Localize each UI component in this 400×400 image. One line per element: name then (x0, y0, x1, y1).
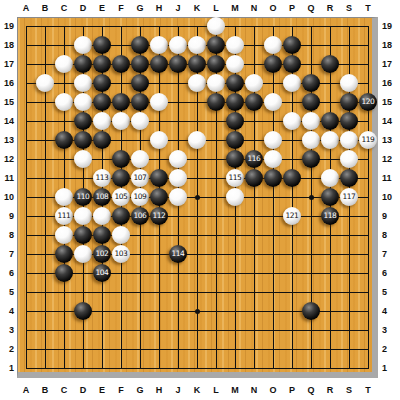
white-stone-D7 (74, 245, 92, 263)
column-label-bottom-D: D (74, 384, 92, 396)
black-stone-M13 (226, 131, 244, 149)
black-stone-R14 (321, 112, 339, 130)
black-stone-F17 (112, 55, 130, 73)
white-stone-N16 (245, 74, 263, 92)
column-label-bottom-F: F (112, 384, 130, 396)
move-number-label: 119 (362, 136, 375, 144)
move-number-label: 113 (96, 174, 109, 182)
go-board-window: AABBCCDDEEFFGGHHJJKKLLMMNNOOPPQQRRSSTT19… (0, 0, 400, 400)
black-stone-M16 (226, 74, 244, 92)
move-number-label: 112 (153, 212, 166, 220)
white-stone-D9 (74, 207, 92, 225)
white-stone-F8 (112, 226, 130, 244)
row-label-right-13: 13 (382, 134, 400, 146)
white-stone-D18 (74, 36, 92, 54)
column-label-top-S: S (340, 2, 358, 14)
black-stone-D8 (74, 226, 92, 244)
black-stone-Q16 (302, 74, 320, 92)
black-stone-H11 (150, 169, 168, 187)
white-stone-L16 (207, 74, 225, 92)
black-stone-M12 (226, 150, 244, 168)
black-stone-M15 (226, 93, 244, 111)
column-label-top-O: O (264, 2, 282, 14)
grid-line-horizontal (26, 273, 369, 274)
column-label-top-K: K (188, 2, 206, 14)
black-stone-Q15 (302, 93, 320, 111)
black-stone-F11 (112, 169, 130, 187)
row-label-left-3: 3 (0, 324, 14, 336)
white-stone-M11: 115 (226, 169, 244, 187)
white-stone-Q13 (302, 131, 320, 149)
board-grid: 1201191161131071151101081051091171111061… (26, 26, 369, 369)
move-number-label: 118 (324, 212, 337, 220)
column-label-top-G: G (131, 2, 149, 14)
column-label-bottom-C: C (55, 384, 73, 396)
black-stone-F12 (112, 150, 130, 168)
row-label-right-17: 17 (382, 58, 400, 70)
row-label-right-15: 15 (382, 96, 400, 108)
black-stone-M14 (226, 112, 244, 130)
black-stone-G18 (131, 36, 149, 54)
row-label-right-10: 10 (382, 191, 400, 203)
column-label-top-M: M (226, 2, 244, 14)
white-stone-C10 (55, 188, 73, 206)
column-label-bottom-K: K (188, 384, 206, 396)
black-stone-P11 (283, 169, 301, 187)
move-number-label: 106 (134, 212, 147, 220)
move-number-label: 105 (115, 193, 128, 201)
white-stone-F14 (112, 112, 130, 130)
grid-line-vertical (273, 26, 274, 369)
white-stone-H13 (150, 131, 168, 149)
black-stone-S11 (340, 169, 358, 187)
black-stone-R17 (321, 55, 339, 73)
white-stone-L19 (207, 17, 225, 35)
column-label-bottom-Q: Q (302, 384, 320, 396)
row-label-right-8: 8 (382, 229, 400, 241)
row-label-right-12: 12 (382, 153, 400, 165)
black-stone-N15 (245, 93, 263, 111)
black-stone-H17 (150, 55, 168, 73)
black-stone-E13 (93, 131, 111, 149)
white-stone-H15 (150, 93, 168, 111)
move-number-label: 120 (362, 98, 375, 106)
black-stone-O11 (264, 169, 282, 187)
black-stone-E8 (93, 226, 111, 244)
black-stone-O17 (264, 55, 282, 73)
black-stone-F15 (112, 93, 130, 111)
move-number-label: 121 (286, 212, 299, 220)
black-stone-C13 (55, 131, 73, 149)
black-stone-E16 (93, 74, 111, 92)
black-stone-K17 (188, 55, 206, 73)
move-number-label: 107 (134, 174, 147, 182)
black-stone-P17 (283, 55, 301, 73)
row-label-left-16: 16 (0, 77, 14, 89)
column-label-bottom-G: G (131, 384, 149, 396)
row-label-right-2: 2 (382, 343, 400, 355)
move-number-label: 111 (58, 212, 71, 220)
white-stone-O13 (264, 131, 282, 149)
column-label-top-F: F (112, 2, 130, 14)
black-stone-G9: 106 (131, 207, 149, 225)
row-label-left-13: 13 (0, 134, 14, 146)
column-label-top-N: N (245, 2, 263, 14)
black-stone-E18 (93, 36, 111, 54)
white-stone-G14 (131, 112, 149, 130)
black-stone-R10 (321, 188, 339, 206)
row-label-left-6: 6 (0, 267, 14, 279)
white-stone-S16 (340, 74, 358, 92)
white-stone-F10: 105 (112, 188, 130, 206)
white-stone-G10: 109 (131, 188, 149, 206)
row-label-right-5: 5 (382, 286, 400, 298)
star-point (195, 195, 200, 200)
white-stone-O12 (264, 150, 282, 168)
column-label-top-A: A (17, 2, 35, 14)
grid-line-vertical (368, 26, 369, 369)
white-stone-J12 (169, 150, 187, 168)
row-label-left-4: 4 (0, 305, 14, 317)
black-stone-C7 (55, 245, 73, 263)
row-label-left-5: 5 (0, 286, 14, 298)
white-stone-J10 (169, 188, 187, 206)
row-label-right-11: 11 (382, 172, 400, 184)
black-stone-D10: 110 (74, 188, 92, 206)
row-label-right-3: 3 (382, 324, 400, 336)
white-stone-K16 (188, 74, 206, 92)
black-stone-E15 (93, 93, 111, 111)
white-stone-D16 (74, 74, 92, 92)
row-label-right-1: 1 (382, 362, 400, 374)
white-stone-C9: 111 (55, 207, 73, 225)
column-label-bottom-H: H (150, 384, 168, 396)
move-number-label: 114 (172, 250, 185, 258)
black-stone-G15 (131, 93, 149, 111)
column-label-bottom-T: T (359, 384, 377, 396)
column-label-bottom-P: P (283, 384, 301, 396)
black-stone-F9 (112, 207, 130, 225)
black-stone-D4 (74, 302, 92, 320)
row-label-right-7: 7 (382, 248, 400, 260)
white-stone-J18 (169, 36, 187, 54)
white-stone-O15 (264, 93, 282, 111)
white-stone-Q14 (302, 112, 320, 130)
black-stone-Q12 (302, 150, 320, 168)
move-number-label: 103 (115, 250, 128, 258)
black-stone-C6 (55, 264, 73, 282)
black-stone-E17 (93, 55, 111, 73)
row-label-left-12: 12 (0, 153, 14, 165)
white-stone-T13: 119 (359, 131, 377, 149)
row-label-right-16: 16 (382, 77, 400, 89)
white-stone-M18 (226, 36, 244, 54)
black-stone-R9: 118 (321, 207, 339, 225)
column-label-bottom-L: L (207, 384, 225, 396)
black-stone-Q4 (302, 302, 320, 320)
black-stone-D14 (74, 112, 92, 130)
column-label-top-T: T (359, 2, 377, 14)
grid-line-horizontal (26, 330, 369, 331)
white-stone-M17 (226, 55, 244, 73)
black-stone-N12: 116 (245, 150, 263, 168)
white-stone-G12 (131, 150, 149, 168)
column-label-top-B: B (36, 2, 54, 14)
white-stone-E11: 113 (93, 169, 111, 187)
star-point (195, 309, 200, 314)
black-stone-G17 (131, 55, 149, 73)
column-label-top-D: D (74, 2, 92, 14)
move-number-label: 110 (77, 193, 90, 201)
go-board[interactable]: 1201191161131071151101081051091171111061… (17, 17, 378, 378)
white-stone-C15 (55, 93, 73, 111)
black-stone-H9: 112 (150, 207, 168, 225)
white-stone-S10: 117 (340, 188, 358, 206)
move-number-label: 117 (343, 193, 356, 201)
white-stone-R11 (321, 169, 339, 187)
move-number-label: 104 (96, 269, 109, 277)
column-label-top-L: L (207, 2, 225, 14)
column-label-bottom-A: A (17, 384, 35, 396)
column-label-top-R: R (321, 2, 339, 14)
column-label-bottom-E: E (93, 384, 111, 396)
white-stone-P14 (283, 112, 301, 130)
white-stone-R13 (321, 131, 339, 149)
row-label-left-17: 17 (0, 58, 14, 70)
row-label-left-14: 14 (0, 115, 14, 127)
white-stone-H18 (150, 36, 168, 54)
row-label-right-14: 14 (382, 115, 400, 127)
white-stone-G11: 107 (131, 169, 149, 187)
black-stone-H10 (150, 188, 168, 206)
black-stone-L17 (207, 55, 225, 73)
white-stone-E9 (93, 207, 111, 225)
column-label-bottom-B: B (36, 384, 54, 396)
column-label-top-C: C (55, 2, 73, 14)
column-label-bottom-J: J (169, 384, 187, 396)
black-stone-E6: 104 (93, 264, 111, 282)
white-stone-D15 (74, 93, 92, 111)
black-stone-E7: 102 (93, 245, 111, 263)
row-label-left-15: 15 (0, 96, 14, 108)
column-label-bottom-O: O (264, 384, 282, 396)
column-label-top-J: J (169, 2, 187, 14)
grid-line-horizontal (26, 368, 369, 369)
row-label-left-9: 9 (0, 210, 14, 222)
column-label-top-H: H (150, 2, 168, 14)
white-stone-F7: 103 (112, 245, 130, 263)
white-stone-S13 (340, 131, 358, 149)
black-stone-E10: 108 (93, 188, 111, 206)
row-label-left-7: 7 (0, 248, 14, 260)
row-label-right-6: 6 (382, 267, 400, 279)
move-number-label: 109 (134, 193, 147, 201)
white-stone-J11 (169, 169, 187, 187)
black-stone-G16 (131, 74, 149, 92)
move-number-label: 115 (229, 174, 242, 182)
white-stone-M10 (226, 188, 244, 206)
row-label-right-18: 18 (382, 39, 400, 51)
column-label-top-Q: Q (302, 2, 320, 14)
white-stone-E14 (93, 112, 111, 130)
row-label-left-11: 11 (0, 172, 14, 184)
grid-line-horizontal (26, 349, 369, 350)
black-stone-S15 (340, 93, 358, 111)
white-stone-K18 (188, 36, 206, 54)
row-label-left-10: 10 (0, 191, 14, 203)
white-stone-D12 (74, 150, 92, 168)
black-stone-S14 (340, 112, 358, 130)
white-stone-P9: 121 (283, 207, 301, 225)
move-number-label: 108 (96, 193, 109, 201)
column-label-bottom-S: S (340, 384, 358, 396)
black-stone-N11 (245, 169, 263, 187)
white-stone-C17 (55, 55, 73, 73)
black-stone-L15 (207, 93, 225, 111)
white-stone-B16 (36, 74, 54, 92)
column-label-bottom-R: R (321, 384, 339, 396)
move-number-label: 116 (248, 155, 261, 163)
row-label-left-8: 8 (0, 229, 14, 241)
star-point (309, 195, 314, 200)
white-stone-K13 (188, 131, 206, 149)
white-stone-S12 (340, 150, 358, 168)
row-label-right-19: 19 (382, 20, 400, 32)
black-stone-J7: 114 (169, 245, 187, 263)
black-stone-P18 (283, 36, 301, 54)
row-label-right-4: 4 (382, 305, 400, 317)
move-number-label: 102 (96, 250, 109, 258)
column-label-bottom-M: M (226, 384, 244, 396)
column-label-top-E: E (93, 2, 111, 14)
black-stone-D13 (74, 131, 92, 149)
row-label-left-18: 18 (0, 39, 14, 51)
black-stone-J17 (169, 55, 187, 73)
column-label-top-P: P (283, 2, 301, 14)
row-label-right-9: 9 (382, 210, 400, 222)
row-label-left-2: 2 (0, 343, 14, 355)
white-stone-P16 (283, 74, 301, 92)
column-label-bottom-N: N (245, 384, 263, 396)
black-stone-D17 (74, 55, 92, 73)
black-stone-T15: 120 (359, 93, 377, 111)
row-label-left-1: 1 (0, 362, 14, 374)
row-label-left-19: 19 (0, 20, 14, 32)
white-stone-O18 (264, 36, 282, 54)
white-stone-C8 (55, 226, 73, 244)
black-stone-L18 (207, 36, 225, 54)
grid-line-horizontal (26, 292, 369, 293)
